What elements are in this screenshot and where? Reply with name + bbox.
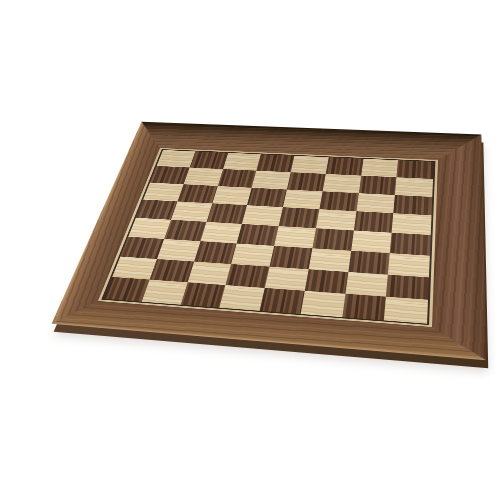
board-squares-grid bbox=[103, 150, 433, 324]
square-f1 bbox=[300, 291, 345, 317]
square-b8 bbox=[189, 151, 227, 169]
square-g7 bbox=[358, 175, 396, 194]
square-g1 bbox=[342, 294, 386, 321]
square-e3 bbox=[270, 246, 313, 269]
square-c5 bbox=[206, 203, 247, 224]
square-e4 bbox=[274, 226, 316, 248]
square-d4 bbox=[237, 224, 279, 246]
square-f3 bbox=[308, 248, 350, 272]
square-h3 bbox=[388, 253, 430, 277]
square-c6 bbox=[212, 186, 252, 206]
square-f7 bbox=[322, 174, 360, 193]
square-h6 bbox=[393, 195, 432, 216]
square-h4 bbox=[390, 233, 431, 256]
square-b5 bbox=[171, 202, 212, 222]
square-c1 bbox=[180, 282, 225, 307]
square-d3 bbox=[231, 243, 274, 266]
square-b7 bbox=[183, 167, 222, 185]
square-e8 bbox=[291, 156, 329, 174]
square-e7 bbox=[287, 172, 326, 191]
square-d6 bbox=[247, 188, 287, 208]
square-g6 bbox=[356, 193, 395, 213]
square-c3 bbox=[194, 241, 237, 264]
square-h8 bbox=[397, 160, 434, 179]
square-b6 bbox=[177, 184, 217, 203]
square-d7 bbox=[252, 171, 291, 190]
square-h7 bbox=[395, 177, 433, 197]
square-f6 bbox=[319, 191, 358, 211]
square-e5 bbox=[279, 207, 320, 228]
square-e1 bbox=[260, 288, 305, 314]
board-inner-line bbox=[101, 149, 435, 325]
square-f4 bbox=[312, 228, 353, 250]
square-g8 bbox=[361, 159, 398, 177]
square-d8 bbox=[257, 154, 295, 172]
square-e2 bbox=[265, 266, 309, 291]
square-h1 bbox=[384, 297, 428, 324]
square-f5 bbox=[316, 209, 356, 230]
square-c4 bbox=[200, 222, 242, 244]
square-f8 bbox=[326, 157, 364, 175]
square-c2 bbox=[187, 261, 231, 285]
product-photo-stage bbox=[0, 0, 500, 500]
square-h2 bbox=[386, 274, 429, 299]
square-d2 bbox=[226, 264, 270, 288]
square-d1 bbox=[220, 285, 265, 311]
square-c7 bbox=[217, 169, 256, 188]
square-g3 bbox=[348, 251, 390, 275]
square-g4 bbox=[351, 230, 392, 253]
board-inner-fillet bbox=[98, 148, 438, 327]
square-e6 bbox=[283, 189, 323, 209]
square-c8 bbox=[223, 153, 261, 171]
board-frame-right bbox=[431, 133, 486, 360]
square-g5 bbox=[353, 211, 393, 232]
square-h5 bbox=[392, 213, 432, 235]
chess-board bbox=[52, 122, 487, 360]
square-f2 bbox=[305, 269, 348, 294]
square-g2 bbox=[345, 272, 388, 297]
square-d5 bbox=[242, 205, 283, 226]
